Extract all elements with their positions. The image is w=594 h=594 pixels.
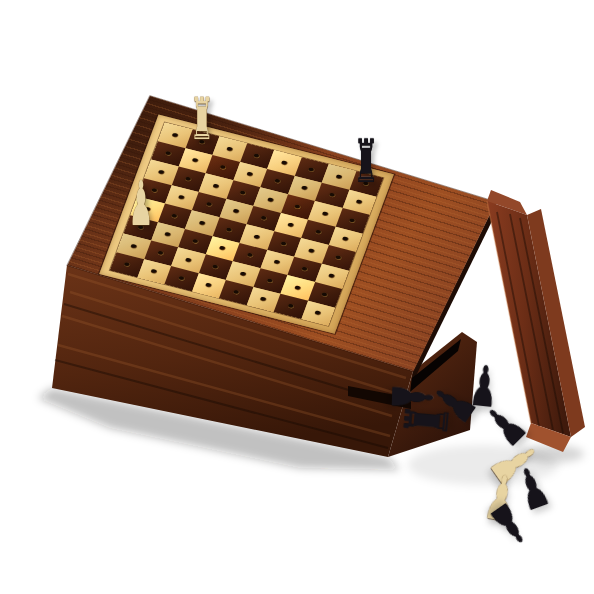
lid-layer — [0, 0, 594, 594]
travel-chess-set-photo: ♜♜♟♟♟♟♜♟♟♟♟♟ — [0, 0, 594, 594]
